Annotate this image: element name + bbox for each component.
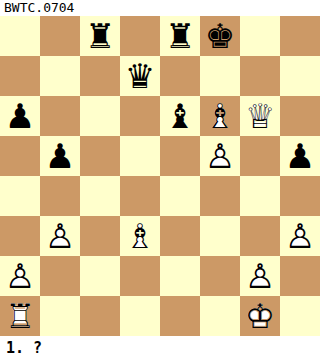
piece-white-king-g1: ♚♔ [240, 296, 280, 336]
piece-fill-glyph: ♟ [0, 96, 40, 136]
square-b4 [40, 176, 80, 216]
square-f8: ♚ [200, 16, 240, 56]
square-e5 [160, 136, 200, 176]
square-d1 [120, 296, 160, 336]
square-e1 [160, 296, 200, 336]
square-e2 [160, 256, 200, 296]
square-f5: ♟♙ [200, 136, 240, 176]
piece-white-bishop-f6: ♝♗ [200, 96, 240, 136]
square-b3: ♟♙ [40, 216, 80, 256]
piece-outline-glyph: ♙ [40, 216, 80, 256]
square-a3 [0, 216, 40, 256]
square-e4 [160, 176, 200, 216]
chess-board: ♜♜♚♛♟♝♝♗♛♕♟♟♙♟♟♙♝♗♟♙♟♙♟♙♜♖♚♔ [0, 16, 320, 336]
square-e6: ♝ [160, 96, 200, 136]
square-a6: ♟ [0, 96, 40, 136]
piece-outline-glyph: ♙ [280, 216, 320, 256]
diagram-title: BWTC.0704 [0, 0, 320, 16]
square-g1: ♚♔ [240, 296, 280, 336]
piece-white-pawn-h3: ♟♙ [280, 216, 320, 256]
square-c2 [80, 256, 120, 296]
square-f6: ♝♗ [200, 96, 240, 136]
square-d2 [120, 256, 160, 296]
piece-outline-glyph: ♖ [0, 296, 40, 336]
square-h7 [280, 56, 320, 96]
square-a1: ♜♖ [0, 296, 40, 336]
square-g7 [240, 56, 280, 96]
square-h2 [280, 256, 320, 296]
piece-black-bishop-e6: ♝ [160, 96, 200, 136]
square-g5 [240, 136, 280, 176]
square-b1 [40, 296, 80, 336]
square-d4 [120, 176, 160, 216]
move-prompt: 1. ? [0, 336, 320, 360]
piece-white-queen-g6: ♛♕ [240, 96, 280, 136]
piece-black-king-f8: ♚ [200, 16, 240, 56]
piece-outline-glyph: ♙ [0, 256, 40, 296]
piece-fill-glyph: ♝ [160, 96, 200, 136]
piece-outline-glyph: ♗ [120, 216, 160, 256]
piece-outline-glyph: ♔ [240, 296, 280, 336]
square-a8 [0, 16, 40, 56]
piece-black-pawn-h5: ♟ [280, 136, 320, 176]
piece-black-rook-c8: ♜ [80, 16, 120, 56]
piece-white-pawn-a2: ♟♙ [0, 256, 40, 296]
square-c5 [80, 136, 120, 176]
piece-outline-glyph: ♕ [240, 96, 280, 136]
piece-white-pawn-f5: ♟♙ [200, 136, 240, 176]
square-h4 [280, 176, 320, 216]
square-c8: ♜ [80, 16, 120, 56]
square-h1 [280, 296, 320, 336]
square-a4 [0, 176, 40, 216]
piece-black-pawn-a6: ♟ [0, 96, 40, 136]
square-c3 [80, 216, 120, 256]
square-e7 [160, 56, 200, 96]
piece-fill-glyph: ♟ [280, 136, 320, 176]
square-b2 [40, 256, 80, 296]
chess-diagram-window: BWTC.0704 ♜♜♚♛♟♝♝♗♛♕♟♟♙♟♟♙♝♗♟♙♟♙♟♙♜♖♚♔ 1… [0, 0, 320, 360]
square-g4 [240, 176, 280, 216]
square-f2 [200, 256, 240, 296]
piece-white-pawn-g2: ♟♙ [240, 256, 280, 296]
square-a2: ♟♙ [0, 256, 40, 296]
square-f7 [200, 56, 240, 96]
piece-black-rook-e8: ♜ [160, 16, 200, 56]
square-d7: ♛ [120, 56, 160, 96]
square-g8 [240, 16, 280, 56]
square-d6 [120, 96, 160, 136]
square-c6 [80, 96, 120, 136]
square-f1 [200, 296, 240, 336]
square-e8: ♜ [160, 16, 200, 56]
square-b7 [40, 56, 80, 96]
square-c4 [80, 176, 120, 216]
piece-outline-glyph: ♙ [240, 256, 280, 296]
square-d3: ♝♗ [120, 216, 160, 256]
piece-outline-glyph: ♗ [200, 96, 240, 136]
square-g6: ♛♕ [240, 96, 280, 136]
piece-black-queen-d7: ♛ [120, 56, 160, 96]
square-h6 [280, 96, 320, 136]
square-f3 [200, 216, 240, 256]
square-c1 [80, 296, 120, 336]
piece-outline-glyph: ♙ [200, 136, 240, 176]
square-b6 [40, 96, 80, 136]
piece-fill-glyph: ♜ [80, 16, 120, 56]
square-h5: ♟ [280, 136, 320, 176]
piece-black-pawn-b5: ♟ [40, 136, 80, 176]
piece-fill-glyph: ♜ [160, 16, 200, 56]
square-b5: ♟ [40, 136, 80, 176]
square-g2: ♟♙ [240, 256, 280, 296]
square-b8 [40, 16, 80, 56]
square-h3: ♟♙ [280, 216, 320, 256]
square-d5 [120, 136, 160, 176]
square-a5 [0, 136, 40, 176]
piece-fill-glyph: ♚ [200, 16, 240, 56]
square-a7 [0, 56, 40, 96]
square-h8 [280, 16, 320, 56]
square-d8 [120, 16, 160, 56]
square-c7 [80, 56, 120, 96]
square-f4 [200, 176, 240, 216]
piece-fill-glyph: ♛ [120, 56, 160, 96]
square-e3 [160, 216, 200, 256]
piece-fill-glyph: ♟ [40, 136, 80, 176]
piece-white-bishop-d3: ♝♗ [120, 216, 160, 256]
piece-white-rook-a1: ♜♖ [0, 296, 40, 336]
piece-white-pawn-b3: ♟♙ [40, 216, 80, 256]
square-g3 [240, 216, 280, 256]
